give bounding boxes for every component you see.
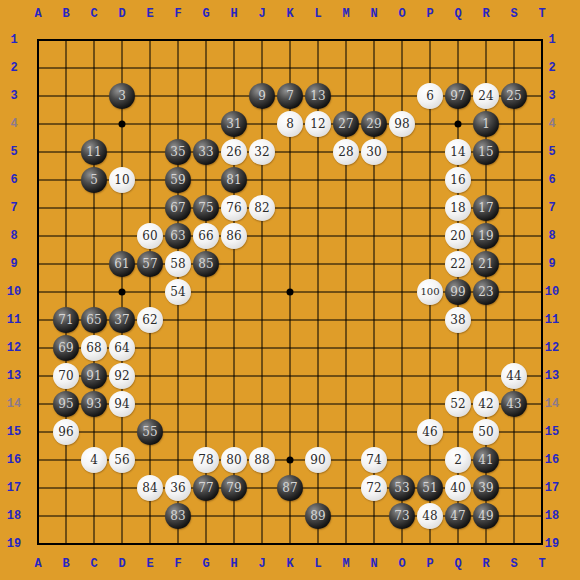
- row-label-left-16: 16: [7, 454, 21, 466]
- star-point: [287, 457, 294, 464]
- stone-1-black-R4[interactable]: 1: [473, 111, 499, 137]
- col-label-bottom-K: K: [286, 558, 293, 570]
- stone-24-white-R3[interactable]: 24: [473, 83, 499, 109]
- stone-10-white-D6[interactable]: 10: [109, 167, 135, 193]
- row-label-right-7: 7: [548, 202, 555, 214]
- stone-64-white-D12[interactable]: 64: [109, 335, 135, 361]
- col-label-top-M: M: [342, 8, 349, 20]
- stone-84-white-E17[interactable]: 84: [137, 475, 163, 501]
- stone-40-white-Q17[interactable]: 40: [445, 475, 471, 501]
- stone-90-white-L16[interactable]: 90: [305, 447, 331, 473]
- star-point: [287, 289, 294, 296]
- col-label-top-T: T: [538, 8, 545, 20]
- row-label-right-6: 6: [548, 174, 555, 186]
- col-label-top-R: R: [482, 8, 489, 20]
- stone-2-white-Q16[interactable]: 2: [445, 447, 471, 473]
- stone-62-white-E11[interactable]: 62: [137, 307, 163, 333]
- stone-54-white-F10[interactable]: 54: [165, 279, 191, 305]
- stone-51-black-P17[interactable]: 51: [417, 475, 443, 501]
- stone-23-black-R10[interactable]: 23: [473, 279, 499, 305]
- col-label-bottom-L: L: [314, 558, 321, 570]
- stone-60-white-E8[interactable]: 60: [137, 223, 163, 249]
- col-label-top-Q: Q: [454, 8, 461, 20]
- stone-21-black-R9[interactable]: 21: [473, 251, 499, 277]
- stone-17-black-R7[interactable]: 17: [473, 195, 499, 221]
- stone-25-black-S3[interactable]: 25: [501, 83, 527, 109]
- col-label-top-E: E: [146, 8, 153, 20]
- stone-95-black-B14[interactable]: 95: [53, 391, 79, 417]
- stone-73-black-O18[interactable]: 73: [389, 503, 415, 529]
- stone-47-black-Q18[interactable]: 47: [445, 503, 471, 529]
- col-label-bottom-B: B: [62, 558, 69, 570]
- row-label-left-14: 14: [7, 398, 21, 410]
- stone-86-white-H8[interactable]: 86: [221, 223, 247, 249]
- stone-14-white-Q5[interactable]: 14: [445, 139, 471, 165]
- col-label-top-G: G: [202, 8, 209, 20]
- stone-6-white-P3[interactable]: 6: [417, 83, 443, 109]
- row-label-left-10: 10: [7, 286, 21, 298]
- row-label-left-18: 18: [7, 510, 21, 522]
- row-label-left-3: 3: [10, 90, 17, 102]
- stone-74-white-N16[interactable]: 74: [361, 447, 387, 473]
- stone-11-black-C5[interactable]: 11: [81, 139, 107, 165]
- stone-35-black-F5[interactable]: 35: [165, 139, 191, 165]
- row-label-right-12: 12: [545, 342, 559, 354]
- star-point: [119, 121, 126, 128]
- row-label-right-9: 9: [548, 258, 555, 270]
- stone-67-black-F7[interactable]: 67: [165, 195, 191, 221]
- stone-16-white-Q6[interactable]: 16: [445, 167, 471, 193]
- row-label-right-5: 5: [548, 146, 555, 158]
- row-label-left-13: 13: [7, 370, 21, 382]
- col-label-bottom-R: R: [482, 558, 489, 570]
- col-label-bottom-S: S: [510, 558, 517, 570]
- col-label-top-H: H: [230, 8, 237, 20]
- stone-96-white-B15[interactable]: 96: [53, 419, 79, 445]
- row-label-right-1: 1: [548, 34, 555, 46]
- col-label-top-K: K: [286, 8, 293, 20]
- row-label-right-17: 17: [545, 482, 559, 494]
- star-point: [455, 121, 462, 128]
- col-label-top-S: S: [510, 8, 517, 20]
- stone-89-black-L18[interactable]: 89: [305, 503, 331, 529]
- col-label-top-D: D: [118, 8, 125, 20]
- col-label-bottom-H: H: [230, 558, 237, 570]
- col-label-bottom-A: A: [34, 558, 41, 570]
- stone-43-black-S14[interactable]: 43: [501, 391, 527, 417]
- stone-48-white-P18[interactable]: 48: [417, 503, 443, 529]
- stone-70-white-B13[interactable]: 70: [53, 363, 79, 389]
- col-label-bottom-J: J: [258, 558, 265, 570]
- col-label-bottom-Q: Q: [454, 558, 461, 570]
- stone-78-white-G16[interactable]: 78: [193, 447, 219, 473]
- stone-76-white-H7[interactable]: 76: [221, 195, 247, 221]
- row-label-left-19: 19: [7, 538, 21, 550]
- col-label-top-O: O: [398, 8, 405, 20]
- stone-30-white-N5[interactable]: 30: [361, 139, 387, 165]
- col-label-bottom-T: T: [538, 558, 545, 570]
- row-label-left-17: 17: [7, 482, 21, 494]
- row-label-right-4: 4: [548, 118, 555, 130]
- row-label-right-19: 19: [545, 538, 559, 550]
- stone-8-white-K4[interactable]: 8: [277, 111, 303, 137]
- stone-20-white-Q8[interactable]: 20: [445, 223, 471, 249]
- stone-31-black-H4[interactable]: 31: [221, 111, 247, 137]
- row-label-left-8: 8: [10, 230, 17, 242]
- col-label-top-J: J: [258, 8, 265, 20]
- col-label-bottom-O: O: [398, 558, 405, 570]
- stone-49-black-R18[interactable]: 49: [473, 503, 499, 529]
- stone-38-white-Q11[interactable]: 38: [445, 307, 471, 333]
- row-label-right-8: 8: [548, 230, 555, 242]
- stone-5-black-C6[interactable]: 5: [81, 167, 107, 193]
- stone-19-black-R8[interactable]: 19: [473, 223, 499, 249]
- stone-58-white-F9[interactable]: 58: [165, 251, 191, 277]
- stone-12-white-L4[interactable]: 12: [305, 111, 331, 137]
- col-label-top-A: A: [34, 8, 41, 20]
- col-label-top-N: N: [370, 8, 377, 20]
- stone-98-white-O4[interactable]: 98: [389, 111, 415, 137]
- stone-7-black-K3[interactable]: 7: [277, 83, 303, 109]
- row-label-left-2: 2: [10, 62, 17, 74]
- row-label-left-6: 6: [10, 174, 17, 186]
- stone-37-black-D11[interactable]: 37: [109, 307, 135, 333]
- stone-27-black-M4[interactable]: 27: [333, 111, 359, 137]
- stone-92-white-D13[interactable]: 92: [109, 363, 135, 389]
- stone-91-black-C13[interactable]: 91: [81, 363, 107, 389]
- stone-87-black-K17[interactable]: 87: [277, 475, 303, 501]
- stone-32-white-J5[interactable]: 32: [249, 139, 275, 165]
- stone-41-black-R16[interactable]: 41: [473, 447, 499, 473]
- row-label-right-2: 2: [548, 62, 555, 74]
- row-label-left-1: 1: [10, 34, 17, 46]
- stone-81-black-H6[interactable]: 81: [221, 167, 247, 193]
- stone-63-black-F8[interactable]: 63: [165, 223, 191, 249]
- stone-82-white-J7[interactable]: 82: [249, 195, 275, 221]
- col-label-bottom-E: E: [146, 558, 153, 570]
- stone-71-black-B11[interactable]: 71: [53, 307, 79, 333]
- row-label-left-11: 11: [7, 314, 21, 326]
- row-label-right-10: 10: [545, 286, 559, 298]
- col-label-bottom-M: M: [342, 558, 349, 570]
- stone-22-white-Q9[interactable]: 22: [445, 251, 471, 277]
- stone-46-white-P15[interactable]: 46: [417, 419, 443, 445]
- stone-36-white-F17[interactable]: 36: [165, 475, 191, 501]
- row-label-left-4: 4: [10, 118, 17, 130]
- row-label-left-12: 12: [7, 342, 21, 354]
- stone-85-black-G9[interactable]: 85: [193, 251, 219, 277]
- row-label-left-7: 7: [10, 202, 17, 214]
- row-label-right-3: 3: [548, 90, 555, 102]
- stone-55-black-E15[interactable]: 55: [137, 419, 163, 445]
- stone-61-black-D9[interactable]: 61: [109, 251, 135, 277]
- row-label-left-9: 9: [10, 258, 17, 270]
- stone-57-black-E9[interactable]: 57: [137, 251, 163, 277]
- col-label-bottom-C: C: [90, 558, 97, 570]
- go-board[interactable]: AABBCCDDEEFFGGHHJJKKLLMMNNOOPPQQRRSSTT11…: [0, 0, 580, 580]
- row-label-right-16: 16: [545, 454, 559, 466]
- row-label-left-15: 15: [7, 426, 21, 438]
- col-label-bottom-G: G: [202, 558, 209, 570]
- stone-39-black-R17[interactable]: 39: [473, 475, 499, 501]
- stone-80-white-H16[interactable]: 80: [221, 447, 247, 473]
- stone-88-white-J16[interactable]: 88: [249, 447, 275, 473]
- row-label-right-14: 14: [545, 398, 559, 410]
- stone-99-black-Q10[interactable]: 99: [445, 279, 471, 305]
- stone-4-white-C16[interactable]: 4: [81, 447, 107, 473]
- stone-68-white-C12[interactable]: 68: [81, 335, 107, 361]
- col-label-top-F: F: [174, 8, 181, 20]
- stone-44-white-S13[interactable]: 44: [501, 363, 527, 389]
- stone-97-black-Q3[interactable]: 97: [445, 83, 471, 109]
- row-label-right-18: 18: [545, 510, 559, 522]
- row-label-right-15: 15: [545, 426, 559, 438]
- stone-66-white-G8[interactable]: 66: [193, 223, 219, 249]
- col-label-bottom-F: F: [174, 558, 181, 570]
- row-label-right-13: 13: [545, 370, 559, 382]
- col-label-bottom-P: P: [426, 558, 433, 570]
- stone-100-white-P10[interactable]: 100: [417, 279, 443, 305]
- stone-9-black-J3[interactable]: 9: [249, 83, 275, 109]
- stone-33-black-G5[interactable]: 33: [193, 139, 219, 165]
- col-label-bottom-N: N: [370, 558, 377, 570]
- stone-94-white-D14[interactable]: 94: [109, 391, 135, 417]
- stone-15-black-R5[interactable]: 15: [473, 139, 499, 165]
- col-label-top-P: P: [426, 8, 433, 20]
- stone-50-white-R15[interactable]: 50: [473, 419, 499, 445]
- stone-72-white-N17[interactable]: 72: [361, 475, 387, 501]
- stone-65-black-C11[interactable]: 65: [81, 307, 107, 333]
- stone-79-black-H17[interactable]: 79: [221, 475, 247, 501]
- stone-83-black-F18[interactable]: 83: [165, 503, 191, 529]
- col-label-top-C: C: [90, 8, 97, 20]
- stone-52-white-Q14[interactable]: 52: [445, 391, 471, 417]
- stone-77-black-G17[interactable]: 77: [193, 475, 219, 501]
- stone-3-black-D3[interactable]: 3: [109, 83, 135, 109]
- stone-29-black-N4[interactable]: 29: [361, 111, 387, 137]
- stone-69-black-B12[interactable]: 69: [53, 335, 79, 361]
- col-label-top-B: B: [62, 8, 69, 20]
- stone-53-black-O17[interactable]: 53: [389, 475, 415, 501]
- col-label-top-L: L: [314, 8, 321, 20]
- stone-26-white-H5[interactable]: 26: [221, 139, 247, 165]
- stone-93-black-C14[interactable]: 93: [81, 391, 107, 417]
- stone-28-white-M5[interactable]: 28: [333, 139, 359, 165]
- stone-59-black-F6[interactable]: 59: [165, 167, 191, 193]
- col-label-bottom-D: D: [118, 558, 125, 570]
- stone-56-white-D16[interactable]: 56: [109, 447, 135, 473]
- row-label-right-11: 11: [545, 314, 559, 326]
- stone-75-black-G7[interactable]: 75: [193, 195, 219, 221]
- stone-42-white-R14[interactable]: 42: [473, 391, 499, 417]
- row-label-left-5: 5: [10, 146, 17, 158]
- stone-18-white-Q7[interactable]: 18: [445, 195, 471, 221]
- star-point: [119, 289, 126, 296]
- stone-13-black-L3[interactable]: 13: [305, 83, 331, 109]
